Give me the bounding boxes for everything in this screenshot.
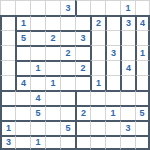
cell-r7c9-given-5: 5 — [135, 105, 150, 120]
cell-r1c6-given-2: 2 — [90, 15, 105, 30]
cell-r9c1[interactable] — [15, 135, 30, 150]
cell-r6c0[interactable] — [0, 90, 15, 105]
cell-r4c4[interactable] — [60, 60, 75, 75]
cell-r4c5-given-2: 2 — [75, 60, 90, 75]
cell-r2c7[interactable] — [105, 30, 120, 45]
cell-r4c9[interactable] — [135, 60, 150, 75]
cell-r9c4[interactable] — [60, 135, 75, 150]
cell-r1c7[interactable] — [105, 15, 120, 30]
cell-r9c6[interactable] — [90, 135, 105, 150]
cell-r0c3[interactable] — [45, 0, 60, 15]
cell-r6c9[interactable] — [135, 90, 150, 105]
puzzle-page: 3112345232311244114521515331 — [0, 0, 150, 150]
cell-r3c2[interactable] — [30, 45, 45, 60]
cell-r1c3[interactable] — [45, 15, 60, 30]
cell-r3c1[interactable] — [15, 45, 30, 60]
cell-r4c7[interactable] — [105, 60, 120, 75]
cell-r6c7[interactable] — [105, 90, 120, 105]
cell-r3c0[interactable] — [0, 45, 15, 60]
cell-r8c7[interactable] — [105, 120, 120, 135]
cell-r0c0[interactable] — [0, 0, 15, 15]
cell-r1c5[interactable] — [75, 15, 90, 30]
cell-r8c1[interactable] — [15, 120, 30, 135]
cell-r5c1-given-4: 4 — [15, 75, 30, 90]
cell-r2c3-given-2: 2 — [45, 30, 60, 45]
cell-r7c5-given-2: 2 — [75, 105, 90, 120]
cell-r8c9[interactable] — [135, 120, 150, 135]
cell-r7c4[interactable] — [60, 105, 75, 120]
cell-r5c7[interactable] — [105, 75, 120, 90]
cell-r8c0-given-1: 1 — [0, 120, 15, 135]
cell-r5c5[interactable] — [75, 75, 90, 90]
cell-r3c9-given-1: 1 — [135, 45, 150, 60]
cell-r0c8-given-1: 1 — [120, 0, 135, 15]
cell-r7c2-given-5: 5 — [30, 105, 45, 120]
cell-r5c6-given-1: 1 — [90, 75, 105, 90]
cell-r9c7[interactable] — [105, 135, 120, 150]
cell-r0c1[interactable] — [15, 0, 30, 15]
cell-r6c3[interactable] — [45, 90, 60, 105]
cell-r0c4-given-3: 3 — [60, 0, 75, 15]
cell-r8c6[interactable] — [90, 120, 105, 135]
cell-r9c0-given-3: 3 — [0, 135, 15, 150]
cell-r9c9[interactable] — [135, 135, 150, 150]
cell-r0c5[interactable] — [75, 0, 90, 15]
cell-r8c4-given-5: 5 — [60, 120, 75, 135]
cell-r9c2-given-1: 1 — [30, 135, 45, 150]
cell-r9c5[interactable] — [75, 135, 90, 150]
cell-r3c8[interactable] — [120, 45, 135, 60]
cell-r7c1[interactable] — [15, 105, 30, 120]
cell-r9c3[interactable] — [45, 135, 60, 150]
cell-r7c8[interactable] — [120, 105, 135, 120]
cell-r6c8[interactable] — [120, 90, 135, 105]
cell-r0c2[interactable] — [30, 0, 45, 15]
cell-r7c7-given-1: 1 — [105, 105, 120, 120]
cell-r6c2-given-4: 4 — [30, 90, 45, 105]
cell-r8c3[interactable] — [45, 120, 60, 135]
cell-r0c9[interactable] — [135, 0, 150, 15]
cell-r6c1[interactable] — [15, 90, 30, 105]
cell-r3c3[interactable] — [45, 45, 60, 60]
cell-r7c3[interactable] — [45, 105, 60, 120]
cell-r1c4[interactable] — [60, 15, 75, 30]
cell-r2c1-given-5: 5 — [15, 30, 30, 45]
cell-r1c0[interactable] — [0, 15, 15, 30]
cell-r4c0[interactable] — [0, 60, 15, 75]
cell-r0c7[interactable] — [105, 0, 120, 15]
cell-r3c6[interactable] — [90, 45, 105, 60]
cell-r2c9[interactable] — [135, 30, 150, 45]
cell-r5c2[interactable] — [30, 75, 45, 90]
cell-r6c4[interactable] — [60, 90, 75, 105]
cell-r4c3[interactable] — [45, 60, 60, 75]
cell-r7c6[interactable] — [90, 105, 105, 120]
cell-r2c0[interactable] — [0, 30, 15, 45]
cell-r5c3-given-1: 1 — [45, 75, 60, 90]
cell-r5c9[interactable] — [135, 75, 150, 90]
cell-r9c8[interactable] — [120, 135, 135, 150]
cell-r1c8-given-3: 3 — [120, 15, 135, 30]
cell-r1c9-given-4: 4 — [135, 15, 150, 30]
cell-r3c4-given-2: 2 — [60, 45, 75, 60]
cell-r8c2[interactable] — [30, 120, 45, 135]
cell-r5c4[interactable] — [60, 75, 75, 90]
cell-r1c2[interactable] — [30, 15, 45, 30]
cell-r6c6[interactable] — [90, 90, 105, 105]
cell-r4c8-given-4: 4 — [120, 60, 135, 75]
cell-r5c0[interactable] — [0, 75, 15, 90]
cell-r2c8[interactable] — [120, 30, 135, 45]
cell-r0c6[interactable] — [90, 0, 105, 15]
cell-r4c1[interactable] — [15, 60, 30, 75]
cell-r4c6[interactable] — [90, 60, 105, 75]
cell-r2c2[interactable] — [30, 30, 45, 45]
puzzle-board: 3112345232311244114521515331 — [0, 0, 150, 150]
cell-r1c1-given-1: 1 — [15, 15, 30, 30]
cell-r2c4[interactable] — [60, 30, 75, 45]
cell-r8c8-given-3: 3 — [120, 120, 135, 135]
cell-r5c8[interactable] — [120, 75, 135, 90]
cell-r3c7-given-3: 3 — [105, 45, 120, 60]
cell-r8c5[interactable] — [75, 120, 90, 135]
cell-r2c6[interactable] — [90, 30, 105, 45]
cell-r2c5-given-3: 3 — [75, 30, 90, 45]
cell-r4c2-given-1: 1 — [30, 60, 45, 75]
cell-r3c5[interactable] — [75, 45, 90, 60]
cell-r7c0[interactable] — [0, 105, 15, 120]
cell-r6c5[interactable] — [75, 90, 90, 105]
